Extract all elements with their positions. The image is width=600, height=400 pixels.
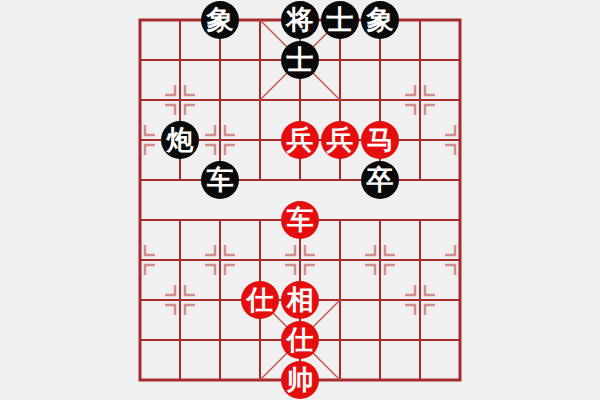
piece-red-advisor[interactable]: 仕 (241, 281, 279, 319)
piece-black-elephant[interactable]: 象 (361, 1, 399, 39)
piece-red-advisor[interactable]: 仕 (281, 321, 319, 359)
piece-black-general[interactable]: 将 (281, 1, 319, 39)
piece-red-chariot[interactable]: 车 (281, 201, 319, 239)
piece-black-cannon[interactable]: 炮 (161, 121, 199, 159)
piece-red-elephant[interactable]: 相 (281, 281, 319, 319)
piece-black-elephant[interactable]: 象 (201, 1, 239, 39)
piece-red-soldier[interactable]: 兵 (321, 121, 359, 159)
piece-black-chariot[interactable]: 车 (201, 161, 239, 199)
piece-black-soldier[interactable]: 卒 (361, 161, 399, 199)
piece-black-advisor[interactable]: 士 (281, 41, 319, 79)
piece-black-advisor[interactable]: 士 (321, 1, 359, 39)
piece-red-soldier[interactable]: 兵 (281, 121, 319, 159)
piece-grid: 象将士象士炮兵兵马车卒车仕相仕帅 (120, 0, 480, 400)
xiangqi-app-screen: 象将士象士炮兵兵马车卒车仕相仕帅 (0, 0, 600, 400)
piece-red-horse[interactable]: 马 (361, 121, 399, 159)
piece-red-general[interactable]: 帅 (281, 361, 319, 399)
